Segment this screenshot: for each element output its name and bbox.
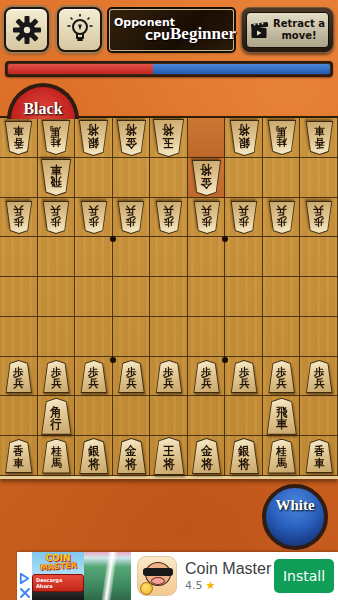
piece-kanji: 将 (201, 458, 212, 470)
piece-kanji: 兵 (14, 378, 24, 389)
opponent-type: CPU (145, 30, 170, 44)
piece-pawn-bottom[interactable]: 歩兵 (5, 360, 33, 393)
piece-king-bottom[interactable]: 王将 (152, 437, 185, 475)
piece-kanji: 歩 (126, 216, 136, 227)
piece-kanji: 玉 (163, 136, 174, 148)
piece-gold-general-top[interactable]: 金将 (191, 160, 222, 196)
board-cell[interactable]: 飛車 (263, 396, 301, 436)
board-cell[interactable] (188, 396, 226, 436)
board-cell[interactable]: 金将 (188, 158, 226, 198)
piece-kanji: 将 (88, 458, 99, 470)
piece-kanji: 将 (126, 124, 137, 136)
piece-pawn-top[interactable]: 歩兵 (305, 201, 333, 234)
opponent-level: Beginner (170, 24, 236, 44)
board-cell[interactable] (225, 158, 263, 198)
retract-move-button[interactable]: Retract a move! (241, 7, 334, 53)
piece-kanji: 将 (238, 458, 249, 470)
piece-pawn-top[interactable]: 歩兵 (155, 201, 183, 234)
ad-creative-logo-line2: MASTER (39, 562, 76, 573)
board-cell[interactable] (263, 237, 301, 277)
board-cell[interactable] (75, 158, 113, 198)
board-cell[interactable] (113, 317, 151, 357)
board-cell[interactable]: 角行 (38, 396, 76, 436)
piece-kanji: 車 (51, 164, 62, 176)
lightbulb-icon (65, 14, 95, 46)
board-cell[interactable]: 金将 (113, 118, 151, 158)
piece-kanji: 銀 (238, 136, 249, 148)
piece-pawn-top[interactable]: 歩兵 (117, 201, 145, 234)
board-cell[interactable] (150, 277, 188, 317)
piece-kanji: 将 (163, 458, 174, 470)
ad-creative-beam (101, 552, 118, 600)
board-cell[interactable]: 銀将 (225, 118, 263, 158)
board-cell[interactable] (75, 277, 113, 317)
ad-rating-value: 4.5 (185, 579, 203, 592)
piece-kanji: 車 (314, 458, 324, 469)
opponent-panel: Opponent CPU Beginner (109, 9, 234, 51)
clapperboard-icon (250, 20, 270, 40)
board-cell[interactable]: 桂馬 (263, 118, 301, 158)
board-cell[interactable] (113, 158, 151, 198)
shogi-board: 香車桂馬銀将金将玉将銀将桂馬香車飛車金将歩兵歩兵歩兵歩兵歩兵歩兵歩兵歩兵歩兵歩兵… (0, 116, 338, 479)
piece-kanji: 兵 (89, 205, 99, 216)
piece-kanji: 行 (51, 418, 62, 430)
piece-pawn-top[interactable]: 歩兵 (5, 201, 33, 234)
board-cell[interactable]: 銀将 (75, 118, 113, 158)
hoshi-dot (110, 357, 116, 363)
board-cell[interactable]: 桂馬 (263, 436, 301, 476)
piece-king-top[interactable]: 玉将 (152, 119, 185, 157)
piece-kanji: 将 (163, 124, 174, 136)
piece-lance-bottom[interactable]: 香車 (4, 439, 33, 473)
board-cell[interactable] (300, 277, 338, 317)
piece-kanji: 兵 (126, 378, 136, 389)
piece-kanji: 将 (201, 164, 212, 176)
piece-pawn-bottom[interactable]: 歩兵 (42, 360, 70, 393)
gear-icon (11, 14, 43, 46)
board-cell[interactable]: 歩兵 (263, 357, 301, 397)
board-cell[interactable]: 歩兵 (188, 198, 226, 238)
advantage-bar-red (8, 64, 153, 74)
piece-kanji: 銀 (88, 136, 99, 148)
piece-kanji: 歩 (276, 216, 286, 227)
board-cell[interactable] (0, 277, 38, 317)
board-cell[interactable] (300, 237, 338, 277)
pig-snout-icon (151, 577, 165, 585)
board-cell[interactable] (300, 317, 338, 357)
board-cell[interactable]: 歩兵 (75, 357, 113, 397)
board-cell[interactable]: 歩兵 (0, 198, 38, 238)
piece-gold-general-bottom[interactable]: 金将 (191, 438, 222, 474)
piece-kanji: 金 (201, 176, 212, 188)
piece-kanji: 兵 (239, 205, 249, 216)
board-cell[interactable]: 歩兵 (300, 357, 338, 397)
board-cell[interactable] (150, 158, 188, 198)
piece-kanji: 車 (276, 418, 287, 430)
piece-silver-general-bottom[interactable]: 銀将 (78, 438, 109, 474)
piece-rook-bottom[interactable]: 飛車 (266, 398, 298, 435)
board-cell[interactable] (225, 396, 263, 436)
piece-kanji: 歩 (164, 216, 174, 227)
piece-pawn-top[interactable]: 歩兵 (230, 201, 258, 234)
piece-pawn-bottom[interactable]: 歩兵 (80, 360, 108, 393)
hint-button[interactable] (57, 7, 102, 52)
piece-silver-general-top[interactable]: 銀将 (78, 120, 109, 156)
piece-kanji: 桂 (276, 136, 286, 147)
piece-rook-top[interactable]: 飛車 (40, 159, 72, 196)
piece-kanji: 香 (314, 136, 324, 147)
hoshi-dot (110, 236, 116, 242)
board-cell[interactable] (0, 317, 38, 357)
board-cell[interactable]: 香車 (300, 436, 338, 476)
piece-kanji: 金 (126, 136, 137, 148)
piece-gold-general-bottom[interactable]: 金将 (116, 438, 147, 474)
piece-kanji: 馬 (51, 458, 61, 469)
board-cell[interactable]: 桂馬 (38, 436, 76, 476)
piece-kanji: 馬 (51, 125, 61, 136)
ad-banner[interactable]: COIN MASTER Descarga Ahora Coin Master 4… (17, 552, 338, 600)
board-cell[interactable]: 歩兵 (263, 198, 301, 238)
ad-creative[interactable]: COIN MASTER Descarga Ahora (32, 552, 131, 600)
opponent-label: Opponent (114, 16, 170, 30)
board-cell[interactable] (150, 237, 188, 277)
retract-label-line2: move! (273, 30, 325, 43)
board-cell[interactable]: 飛車 (38, 158, 76, 198)
shogi-app-screen: Opponent CPU Beginner Retract a move! Bl… (0, 0, 338, 600)
board-cell[interactable]: 歩兵 (38, 198, 76, 238)
board-cell[interactable]: 香車 (300, 118, 338, 158)
piece-kanji: 兵 (51, 205, 61, 216)
piece-kanji: 兵 (164, 378, 174, 389)
board-cell[interactable] (38, 237, 76, 277)
board-cell[interactable]: 歩兵 (225, 357, 263, 397)
piece-kanji: 兵 (89, 378, 99, 389)
piece-lance-bottom[interactable]: 香車 (305, 439, 334, 473)
piece-pawn-bottom[interactable]: 歩兵 (155, 360, 183, 393)
piece-pawn-top[interactable]: 歩兵 (80, 201, 108, 234)
board-cell[interactable]: 銀将 (75, 436, 113, 476)
board-cell[interactable] (225, 317, 263, 357)
piece-kanji: 車 (14, 125, 24, 136)
piece-kanji: 兵 (201, 205, 211, 216)
board-cell[interactable] (188, 277, 226, 317)
board-cell[interactable] (225, 237, 263, 277)
piece-kanji: 兵 (276, 378, 286, 389)
board-cell[interactable]: 香車 (0, 436, 38, 476)
piece-kanji: 兵 (314, 378, 324, 389)
piece-kanji: 兵 (126, 205, 136, 216)
piece-kanji: 歩 (89, 216, 99, 227)
adchoices-icon[interactable] (18, 572, 31, 585)
coin-icon (140, 582, 153, 595)
piece-gold-general-top[interactable]: 金将 (116, 120, 147, 156)
piece-kanji: 兵 (14, 205, 24, 216)
piece-kanji: 歩 (201, 216, 211, 227)
white-player-label: White (275, 497, 314, 513)
board-cell[interactable] (188, 118, 226, 158)
board-cell[interactable]: 金将 (113, 436, 151, 476)
piece-kanji: 馬 (276, 458, 286, 469)
board-cell[interactable]: 歩兵 (113, 198, 151, 238)
piece-kanji: 将 (126, 458, 137, 470)
piece-knight-top[interactable]: 桂馬 (267, 120, 297, 155)
piece-pawn-top[interactable]: 歩兵 (42, 201, 70, 234)
board-cell[interactable]: 桂馬 (38, 118, 76, 158)
piece-kanji: 車 (314, 125, 324, 136)
board-cell[interactable]: 銀将 (225, 436, 263, 476)
piece-pawn-top[interactable]: 歩兵 (193, 201, 221, 234)
board-cell[interactable]: 歩兵 (225, 198, 263, 238)
board-cell[interactable]: 歩兵 (150, 198, 188, 238)
install-button[interactable]: Install (274, 559, 334, 593)
piece-kanji: 兵 (51, 378, 61, 389)
board-cell[interactable] (263, 317, 301, 357)
piece-kanji: 兵 (239, 378, 249, 389)
board-cell[interactable] (300, 158, 338, 198)
board-cell[interactable]: 歩兵 (38, 357, 76, 397)
retract-label-line1: Retract a (273, 18, 325, 31)
piece-kanji: 車 (14, 458, 24, 469)
ad-creative-download-button[interactable]: Descarga Ahora (32, 574, 84, 592)
board-cell[interactable] (113, 396, 151, 436)
board-cell[interactable] (38, 277, 76, 317)
piece-kanji: 兵 (164, 205, 174, 216)
board-cell[interactable]: 金将 (188, 436, 226, 476)
board-cell[interactable] (75, 237, 113, 277)
board-cell[interactable]: 歩兵 (300, 198, 338, 238)
piece-kanji: 将 (238, 124, 249, 136)
board-cell[interactable]: 王将 (150, 436, 188, 476)
board-cell[interactable] (75, 396, 113, 436)
piece-kanji: 歩 (239, 216, 249, 227)
advantage-bar-blue (153, 64, 330, 74)
piece-kanji: 兵 (201, 378, 211, 389)
settings-button[interactable] (4, 7, 49, 52)
pig-sunglasses-icon (143, 568, 173, 576)
piece-kanji: 香 (14, 136, 24, 147)
piece-kanji: 将 (88, 124, 99, 136)
board-cell[interactable]: 歩兵 (188, 357, 226, 397)
piece-kanji: 飛 (51, 176, 62, 188)
piece-knight-top[interactable]: 桂馬 (41, 120, 71, 155)
board-cell[interactable] (300, 396, 338, 436)
board-cell[interactable] (38, 317, 76, 357)
ad-app-title[interactable]: Coin Master (185, 560, 274, 578)
piece-bishop-bottom[interactable]: 角行 (40, 398, 72, 435)
piece-pawn-bottom[interactable]: 歩兵 (230, 360, 258, 393)
board-cell[interactable] (188, 237, 226, 277)
piece-pawn-bottom[interactable]: 歩兵 (305, 360, 333, 393)
board-cell[interactable] (0, 237, 38, 277)
board-cell[interactable]: 玉将 (150, 118, 188, 158)
piece-kanji: 桂 (51, 136, 61, 147)
board-cell[interactable] (75, 317, 113, 357)
board-cell[interactable] (188, 317, 226, 357)
piece-pawn-bottom[interactable]: 歩兵 (268, 360, 296, 393)
board-cell[interactable] (0, 396, 38, 436)
piece-kanji: 馬 (276, 125, 286, 136)
advantage-bar (5, 61, 333, 77)
black-player-badge: Black (7, 83, 79, 119)
board-cell[interactable] (225, 277, 263, 317)
piece-lance-top[interactable]: 香車 (4, 121, 33, 155)
piece-kanji: 歩 (14, 216, 24, 227)
piece-pawn-bottom[interactable]: 歩兵 (117, 360, 145, 393)
piece-kanji: 歩 (314, 216, 324, 227)
ad-close-icon[interactable] (19, 587, 31, 599)
board-cell[interactable] (263, 158, 301, 198)
board-cell[interactable]: 歩兵 (0, 357, 38, 397)
star-icon: ★ (206, 579, 216, 592)
piece-lance-top[interactable]: 香車 (305, 121, 334, 155)
black-player-label: Black (23, 100, 62, 118)
board-cell[interactable] (0, 158, 38, 198)
piece-silver-general-bottom[interactable]: 銀将 (229, 438, 260, 474)
ad-creative-screenshot (84, 552, 131, 600)
board-cell[interactable] (150, 317, 188, 357)
piece-silver-general-top[interactable]: 銀将 (229, 120, 260, 156)
piece-kanji: 歩 (51, 216, 61, 227)
piece-pawn-bottom[interactable]: 歩兵 (193, 360, 221, 393)
coin-master-app-icon[interactable] (137, 556, 177, 596)
piece-knight-bottom[interactable]: 桂馬 (267, 439, 297, 474)
board-cell[interactable] (150, 396, 188, 436)
board-cell[interactable] (113, 237, 151, 277)
white-player-badge: White (262, 484, 328, 550)
board-cell[interactable]: 歩兵 (75, 198, 113, 238)
piece-pawn-top[interactable]: 歩兵 (268, 201, 296, 234)
board-cell[interactable] (263, 277, 301, 317)
piece-kanji: 兵 (314, 205, 324, 216)
board-cell[interactable]: 歩兵 (150, 357, 188, 397)
board-cell[interactable]: 歩兵 (113, 357, 151, 397)
board-cell[interactable]: 香車 (0, 118, 38, 158)
piece-kanji: 兵 (276, 205, 286, 216)
piece-knight-bottom[interactable]: 桂馬 (41, 439, 71, 474)
board-cell[interactable] (113, 277, 151, 317)
